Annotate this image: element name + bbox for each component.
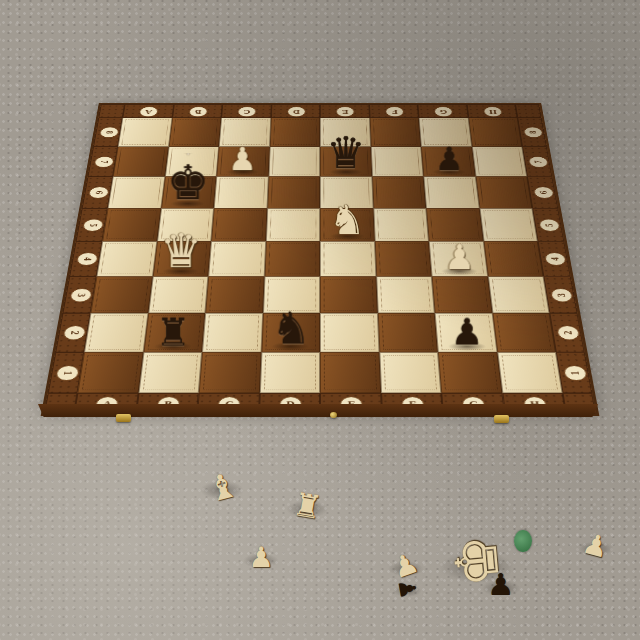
square-b2[interactable]: ♜ — [143, 313, 205, 352]
board-grid: ABCDEFGH887♟♛♟76♚✚65♞54♛♟4332♜♞♟211ABCDE… — [44, 104, 596, 414]
king-green-felt-base — [514, 530, 532, 552]
coordinate-disc: G — [434, 106, 453, 116]
square-f1[interactable] — [379, 352, 441, 393]
coordinate-disc: B — [188, 106, 207, 116]
frame-corner — [515, 104, 541, 118]
piece-black-n-d2[interactable]: ♞ — [261, 291, 320, 350]
square-c1[interactable] — [199, 352, 261, 393]
coordinate-disc: 8 — [98, 127, 119, 138]
square-c6[interactable] — [214, 177, 268, 209]
square-c5[interactable] — [211, 208, 267, 241]
file-label-top-e: E — [320, 104, 369, 118]
square-b4[interactable]: ♛ — [152, 241, 211, 276]
square-d1[interactable] — [259, 352, 320, 393]
square-e4[interactable] — [320, 241, 376, 276]
square-h4[interactable] — [483, 241, 543, 276]
square-d6[interactable] — [267, 177, 320, 209]
coordinate-disc: 5 — [538, 219, 560, 231]
coordinate-disc: E — [336, 106, 355, 116]
coordinate-disc: 7 — [93, 156, 114, 167]
coordinate-disc: H — [483, 106, 503, 116]
square-a4[interactable] — [97, 241, 157, 276]
square-g6[interactable] — [424, 177, 480, 209]
piece-black-r-b2[interactable]: ♜ — [143, 291, 202, 350]
chess-piece-glyph: ♟ — [248, 544, 273, 572]
square-d8[interactable] — [269, 118, 320, 147]
chess-piece-glyph: ♛ — [159, 229, 201, 274]
coordinate-disc: 8 — [523, 127, 544, 138]
captured-black-p-fallen[interactable]: ♟ — [396, 578, 418, 600]
square-f8[interactable] — [369, 118, 421, 147]
brass-latch — [330, 412, 337, 418]
square-f6[interactable] — [372, 177, 426, 209]
file-label-top-h: H — [466, 104, 517, 118]
chess-piece-glyph: ♜ — [156, 313, 190, 349]
square-g1[interactable] — [438, 352, 502, 393]
square-c2[interactable] — [202, 313, 263, 352]
square-d4[interactable] — [264, 241, 320, 276]
chess-piece-glyph: ♟ — [444, 241, 475, 274]
square-c7[interactable]: ♟ — [216, 146, 269, 176]
square-g4[interactable]: ♟ — [429, 241, 488, 276]
rank-label-right-3: 3 — [543, 276, 577, 313]
square-b1[interactable] — [138, 352, 202, 393]
chess-piece-glyph: ♟ — [435, 144, 464, 174]
square-h5[interactable] — [479, 208, 538, 241]
rank-label-right-7: 7 — [522, 146, 552, 176]
chess-piece-glyph: ♚ — [166, 161, 208, 206]
piece-white-n-e5[interactable]: ♞ — [320, 185, 374, 239]
king-cross-tip: ✚ — [183, 146, 192, 158]
coordinate-disc: D — [287, 106, 306, 116]
coordinate-disc: 6 — [533, 187, 555, 199]
piece-black-p-g7[interactable]: ♟ — [423, 123, 475, 175]
square-c3[interactable] — [205, 276, 264, 313]
coordinate-disc: F — [385, 106, 404, 116]
coordinate-disc: 3 — [549, 288, 573, 302]
file-label-top-a: A — [123, 104, 174, 118]
square-d7[interactable] — [268, 146, 320, 176]
square-e2[interactable] — [320, 313, 379, 352]
square-c4[interactable] — [208, 241, 265, 276]
file-label-top-c: C — [221, 104, 271, 118]
coordinate-disc: 4 — [75, 253, 98, 266]
square-e7[interactable]: ♛ — [320, 146, 372, 176]
square-a5[interactable] — [102, 208, 161, 241]
captured-white-b[interactable]: ♝ — [205, 470, 239, 504]
captured-white-p[interactable]: ♟ — [247, 544, 275, 572]
coordinate-disc: 1 — [562, 365, 587, 380]
square-f5[interactable] — [373, 208, 429, 241]
coordinate-disc: A — [139, 106, 159, 116]
chess-board-scene: ABCDEFGH887♟♛♟76♚✚65♞54♛♟4332♜♞♟211ABCDE… — [44, 62, 596, 414]
square-e1[interactable] — [320, 352, 381, 393]
rank-label-right-8: 8 — [517, 118, 546, 147]
square-d2[interactable]: ♞ — [261, 313, 320, 352]
square-a6[interactable] — [108, 177, 165, 209]
square-f3[interactable] — [376, 276, 435, 313]
piece-white-p-c7[interactable]: ♟ — [217, 123, 269, 175]
coordinate-disc: 2 — [62, 326, 86, 341]
rank-label-left-1: 1 — [48, 352, 84, 393]
square-f4[interactable] — [374, 241, 431, 276]
file-label-top-f: F — [369, 104, 419, 118]
coordinate-disc: 4 — [544, 253, 567, 266]
square-e5[interactable]: ♞ — [320, 208, 374, 241]
coordinate-disc: C — [238, 106, 257, 116]
coordinate-disc: 5 — [82, 219, 104, 231]
square-h2[interactable] — [492, 313, 556, 352]
chess-piece-glyph: ♞ — [329, 201, 365, 240]
square-h3[interactable] — [488, 276, 550, 313]
file-label-top-d: D — [271, 104, 320, 118]
square-h1[interactable] — [497, 352, 563, 393]
coordinate-disc: 6 — [87, 187, 109, 199]
square-g2[interactable]: ♟ — [435, 313, 497, 352]
square-e3[interactable] — [320, 276, 377, 313]
captured-white-p[interactable]: ♟ — [582, 532, 610, 560]
brass-hinge-right — [494, 415, 509, 423]
rank-label-right-6: 6 — [527, 177, 558, 209]
chess-piece-glyph: ♟ — [488, 570, 515, 600]
square-b8[interactable] — [168, 118, 221, 147]
captured-white-p[interactable]: ♟ — [392, 552, 420, 580]
brass-hinge-left — [116, 414, 131, 422]
coordinate-disc: 3 — [69, 288, 93, 302]
chess-piece-glyph: ♜ — [290, 488, 324, 524]
file-label-top-g: G — [418, 104, 468, 118]
rank-label-right-5: 5 — [532, 208, 564, 241]
captured-white-r[interactable]: ♜ — [291, 490, 323, 522]
piece-black-q-e7[interactable]: ♛ — [320, 123, 372, 175]
square-f2[interactable] — [377, 313, 438, 352]
square-a2[interactable] — [84, 313, 148, 352]
square-a7[interactable] — [113, 146, 168, 176]
square-b6[interactable]: ♚✚ — [161, 177, 217, 209]
square-a8[interactable] — [118, 118, 172, 147]
chess-board: ABCDEFGH887♟♛♟76♚✚65♞54♛♟4332♜♞♟211ABCDE… — [44, 104, 596, 414]
square-h6[interactable] — [475, 177, 532, 209]
coordinate-disc: 7 — [527, 156, 548, 167]
piece-white-p-g4[interactable]: ♟ — [432, 218, 488, 274]
chess-piece-glyph: ♟ — [580, 529, 612, 563]
square-d5[interactable] — [266, 208, 320, 241]
square-h8[interactable] — [468, 118, 522, 147]
chess-piece-glyph: ♟ — [228, 144, 257, 174]
square-a1[interactable] — [77, 352, 143, 393]
rank-label-right-1: 1 — [556, 352, 592, 393]
piece-white-q-b4[interactable]: ♛ — [153, 218, 209, 274]
chess-piece-glyph: ♛ — [326, 133, 365, 175]
coordinate-disc: 1 — [55, 365, 80, 380]
piece-black-k-b6[interactable]: ♚✚ — [161, 153, 214, 206]
square-f7[interactable] — [371, 146, 424, 176]
chess-piece-glyph: ♝ — [203, 467, 241, 508]
captured-black-p[interactable]: ♟ — [486, 570, 516, 600]
coordinate-disc: 2 — [556, 326, 580, 341]
chess-piece-glyph: ♞ — [271, 308, 310, 350]
frame-corner — [99, 104, 125, 118]
file-label-top-b: B — [172, 104, 222, 118]
square-g7[interactable]: ♟ — [421, 146, 475, 176]
rank-label-right-4: 4 — [538, 241, 571, 276]
piece-black-p-g2[interactable]: ♟ — [438, 291, 497, 350]
chess-piece-glyph: ♟ — [451, 315, 484, 350]
rank-label-right-2: 2 — [549, 313, 584, 352]
chess-piece-glyph: ♟ — [394, 577, 419, 600]
square-h7[interactable] — [472, 146, 527, 176]
